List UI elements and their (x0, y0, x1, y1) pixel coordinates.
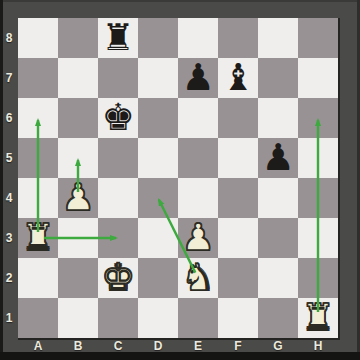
square-d6[interactable] (138, 98, 178, 138)
white-pawn[interactable]: ♟ (61, 179, 94, 216)
square-d5[interactable] (138, 138, 178, 178)
square-a1[interactable] (18, 298, 58, 338)
white-king[interactable]: ♚ (101, 259, 134, 296)
square-g2[interactable] (258, 258, 298, 298)
square-g7[interactable] (258, 58, 298, 98)
square-h4[interactable] (298, 178, 338, 218)
square-f1[interactable] (218, 298, 258, 338)
square-b1[interactable] (58, 298, 98, 338)
square-a4[interactable] (18, 178, 58, 218)
square-e8[interactable] (178, 18, 218, 58)
square-d1[interactable] (138, 298, 178, 338)
square-f8[interactable] (218, 18, 258, 58)
white-knight[interactable]: ♞ (181, 259, 214, 296)
square-e3[interactable]: ♟ (178, 218, 218, 258)
square-h8[interactable] (298, 18, 338, 58)
file-label-e: E (178, 339, 218, 353)
square-c3[interactable] (98, 218, 138, 258)
square-f4[interactable] (218, 178, 258, 218)
file-label-f: F (218, 339, 258, 353)
square-a2[interactable] (18, 258, 58, 298)
square-b5[interactable] (58, 138, 98, 178)
square-d2[interactable] (138, 258, 178, 298)
square-f3[interactable] (218, 218, 258, 258)
square-e5[interactable] (178, 138, 218, 178)
square-g8[interactable] (258, 18, 298, 58)
square-c2[interactable]: ♚ (98, 258, 138, 298)
square-g5[interactable]: ♟ (258, 138, 298, 178)
square-c8[interactable]: ♜ (98, 18, 138, 58)
square-d4[interactable] (138, 178, 178, 218)
square-g6[interactable] (258, 98, 298, 138)
square-f7[interactable]: ♝ (218, 58, 258, 98)
chessboard-frame: ♜♟♝♚♟♟♜♟♚♞♜ 87654321 ABCDEFGH (0, 0, 360, 360)
square-h5[interactable] (298, 138, 338, 178)
square-h7[interactable] (298, 58, 338, 98)
file-label-a: A (18, 339, 58, 353)
square-b7[interactable] (58, 58, 98, 98)
square-b8[interactable] (58, 18, 98, 58)
square-g3[interactable] (258, 218, 298, 258)
square-e7[interactable]: ♟ (178, 58, 218, 98)
square-c5[interactable] (98, 138, 138, 178)
file-label-g: G (258, 339, 298, 353)
file-label-d: D (138, 339, 178, 353)
frame-edge-left (0, 0, 3, 360)
square-h2[interactable] (298, 258, 338, 298)
square-g4[interactable] (258, 178, 298, 218)
black-pawn[interactable]: ♟ (181, 59, 214, 96)
white-rook[interactable]: ♜ (301, 299, 334, 336)
white-rook[interactable]: ♜ (21, 219, 54, 256)
square-e1[interactable] (178, 298, 218, 338)
frame-edge-bottom (0, 352, 360, 360)
square-g1[interactable] (258, 298, 298, 338)
square-e2[interactable]: ♞ (178, 258, 218, 298)
square-f2[interactable] (218, 258, 258, 298)
square-f6[interactable] (218, 98, 258, 138)
square-b3[interactable] (58, 218, 98, 258)
chess-board: ♜♟♝♚♟♟♜♟♚♞♜ (18, 18, 340, 340)
square-c1[interactable] (98, 298, 138, 338)
square-e4[interactable] (178, 178, 218, 218)
square-a7[interactable] (18, 58, 58, 98)
black-pawn[interactable]: ♟ (261, 139, 294, 176)
square-d7[interactable] (138, 58, 178, 98)
square-b2[interactable] (58, 258, 98, 298)
square-a6[interactable] (18, 98, 58, 138)
frame-edge-top (0, 0, 360, 2)
black-king[interactable]: ♚ (101, 99, 134, 136)
square-d3[interactable] (138, 218, 178, 258)
square-e6[interactable] (178, 98, 218, 138)
square-a5[interactable] (18, 138, 58, 178)
file-label-h: H (298, 339, 338, 353)
square-a8[interactable] (18, 18, 58, 58)
square-h3[interactable] (298, 218, 338, 258)
file-label-b: B (58, 339, 98, 353)
square-c4[interactable] (98, 178, 138, 218)
square-b4[interactable]: ♟ (58, 178, 98, 218)
white-pawn[interactable]: ♟ (181, 219, 214, 256)
square-h1[interactable]: ♜ (298, 298, 338, 338)
square-h6[interactable] (298, 98, 338, 138)
square-c7[interactable] (98, 58, 138, 98)
file-label-c: C (98, 339, 138, 353)
square-a3[interactable]: ♜ (18, 218, 58, 258)
square-d8[interactable] (138, 18, 178, 58)
square-c6[interactable]: ♚ (98, 98, 138, 138)
square-b6[interactable] (58, 98, 98, 138)
square-f5[interactable] (218, 138, 258, 178)
black-rook[interactable]: ♜ (101, 19, 134, 56)
black-bishop[interactable]: ♝ (221, 59, 254, 96)
